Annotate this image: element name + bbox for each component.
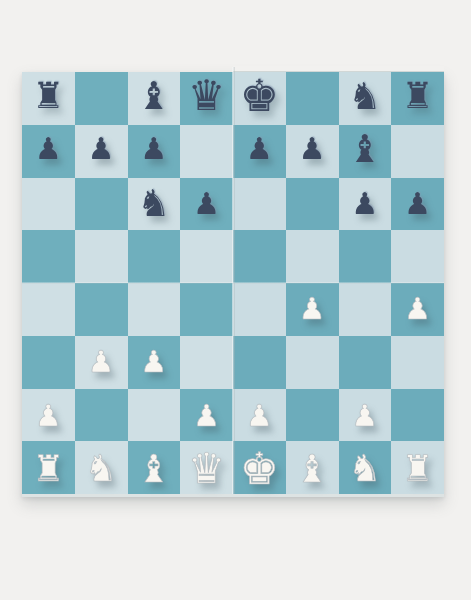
photo-background: ♜♝♛♚♞♜♟♟♟♟♟♝♞♟♟♟♟♟♟♟♟♟♟♟♜♞♝♛♚♝♞♜ [0,0,471,600]
square-a8[interactable]: ♜ [22,72,75,125]
piece-white-bishop: ♝ [137,450,171,488]
square-h2[interactable] [391,389,444,442]
square-e7[interactable]: ♟ [233,125,286,178]
square-c2[interactable] [128,389,181,442]
square-f4[interactable]: ♟ [286,283,339,336]
square-a3[interactable] [22,336,75,389]
square-f8[interactable] [286,72,339,125]
square-g7[interactable]: ♝ [339,125,392,178]
piece-white-pawn: ♟ [351,401,378,431]
square-f7[interactable]: ♟ [286,125,339,178]
square-d2[interactable]: ♟ [180,389,233,442]
piece-black-king: ♚ [240,74,279,118]
square-c7[interactable]: ♟ [128,125,181,178]
piece-black-pawn: ♟ [246,134,273,164]
piece-white-pawn: ♟ [140,347,167,377]
piece-black-pawn: ♟ [404,189,431,219]
piece-black-rook: ♜ [401,78,433,114]
piece-white-king: ♚ [240,447,279,491]
piece-white-knight: ♞ [85,450,118,487]
piece-white-pawn: ♟ [404,294,431,324]
square-d7[interactable] [180,125,233,178]
square-b7[interactable]: ♟ [75,125,128,178]
square-c8[interactable]: ♝ [128,72,181,125]
square-a7[interactable]: ♟ [22,125,75,178]
piece-white-rook: ♜ [32,451,64,487]
square-g1[interactable]: ♞ [339,441,392,494]
square-c3[interactable]: ♟ [128,336,181,389]
piece-black-queen: ♛ [188,75,226,117]
piece-black-rook: ♜ [32,78,64,114]
square-g4[interactable] [339,283,392,336]
square-g6[interactable]: ♟ [339,178,392,231]
piece-white-pawn: ♟ [193,401,220,431]
square-e6[interactable] [233,178,286,231]
square-g5[interactable] [339,230,392,283]
square-e1[interactable]: ♚ [233,441,286,494]
square-h5[interactable] [391,230,444,283]
square-c4[interactable] [128,283,181,336]
square-a5[interactable] [22,230,75,283]
piece-black-knight: ♞ [348,78,381,115]
piece-black-pawn: ♟ [88,134,115,164]
square-h6[interactable]: ♟ [391,178,444,231]
piece-white-pawn: ♟ [299,294,326,324]
piece-black-bishop: ♝ [137,77,171,115]
piece-black-pawn: ♟ [35,134,62,164]
square-b1[interactable]: ♞ [75,441,128,494]
square-d6[interactable]: ♟ [180,178,233,231]
piece-white-queen: ♛ [188,448,226,490]
square-h4[interactable]: ♟ [391,283,444,336]
piece-black-bishop: ♝ [348,130,382,168]
piece-black-pawn: ♟ [299,134,326,164]
square-d8[interactable]: ♛ [180,72,233,125]
square-d3[interactable] [180,336,233,389]
square-c5[interactable] [128,230,181,283]
square-h8[interactable]: ♜ [391,72,444,125]
piece-white-pawn: ♟ [246,401,273,431]
square-c1[interactable]: ♝ [128,441,181,494]
board-area: ♜♝♛♚♞♜♟♟♟♟♟♝♞♟♟♟♟♟♟♟♟♟♟♟♜♞♝♛♚♝♞♜ [22,70,446,496]
square-e4[interactable] [233,283,286,336]
square-f6[interactable] [286,178,339,231]
square-e5[interactable] [233,230,286,283]
square-c6[interactable]: ♞ [128,178,181,231]
square-e3[interactable] [233,336,286,389]
square-b8[interactable] [75,72,128,125]
square-f2[interactable] [286,389,339,442]
square-b2[interactable] [75,389,128,442]
square-b5[interactable] [75,230,128,283]
square-a1[interactable]: ♜ [22,441,75,494]
square-a2[interactable]: ♟ [22,389,75,442]
square-a6[interactable] [22,178,75,231]
square-f1[interactable]: ♝ [286,441,339,494]
square-b3[interactable]: ♟ [75,336,128,389]
piece-black-pawn: ♟ [193,189,220,219]
square-e2[interactable]: ♟ [233,389,286,442]
piece-white-pawn: ♟ [35,401,62,431]
piece-black-pawn: ♟ [140,134,167,164]
piece-white-pawn: ♟ [88,347,115,377]
square-g3[interactable] [339,336,392,389]
square-d4[interactable] [180,283,233,336]
square-e8[interactable]: ♚ [233,72,286,125]
square-b6[interactable] [75,178,128,231]
square-b4[interactable] [75,283,128,336]
square-d5[interactable] [180,230,233,283]
square-g8[interactable]: ♞ [339,72,392,125]
square-h7[interactable] [391,125,444,178]
piece-black-pawn: ♟ [351,189,378,219]
square-h3[interactable] [391,336,444,389]
piece-black-knight: ♞ [137,185,170,222]
chess-board: ♜♝♛♚♞♜♟♟♟♟♟♝♞♟♟♟♟♟♟♟♟♟♟♟♜♞♝♛♚♝♞♜ [22,72,444,497]
square-d1[interactable]: ♛ [180,441,233,494]
piece-white-bishop: ♝ [295,450,329,488]
square-f5[interactable] [286,230,339,283]
square-g2[interactable]: ♟ [339,389,392,442]
piece-white-knight: ♞ [348,450,381,487]
square-a4[interactable] [22,283,75,336]
piece-white-rook: ♜ [401,451,433,487]
square-h1[interactable]: ♜ [391,441,444,494]
square-f3[interactable] [286,336,339,389]
